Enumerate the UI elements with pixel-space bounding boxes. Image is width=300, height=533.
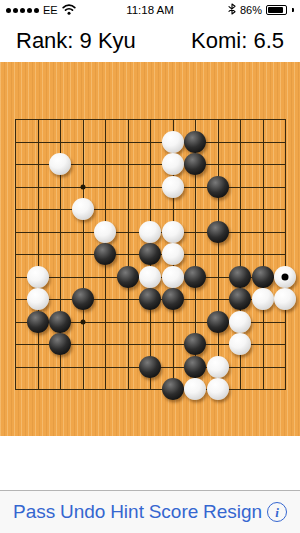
black-stone <box>162 378 184 400</box>
white-stone <box>162 221 184 243</box>
black-stone <box>207 176 229 198</box>
grid-line <box>285 119 286 390</box>
black-stone <box>184 333 206 355</box>
white-stone <box>162 266 184 288</box>
black-stone <box>184 266 206 288</box>
white-stone <box>274 266 296 288</box>
white-stone <box>27 266 49 288</box>
battery-tip-icon <box>292 8 294 12</box>
komi-label: Komi: 6.5 <box>191 28 284 54</box>
undo-button[interactable]: Undo <box>60 501 105 523</box>
score-button[interactable]: Score <box>149 501 199 523</box>
black-stone <box>207 311 229 333</box>
black-stone <box>139 288 161 310</box>
grid-line <box>15 389 286 390</box>
white-stone <box>229 311 251 333</box>
white-stone <box>207 378 229 400</box>
battery-icon <box>266 5 287 15</box>
status-bar: EE 11:18 AM 86% <box>0 0 300 20</box>
black-stone <box>49 311 71 333</box>
black-stone <box>139 243 161 265</box>
black-stone <box>117 266 139 288</box>
white-stone <box>229 333 251 355</box>
black-stone <box>27 311 49 333</box>
resign-button[interactable]: Resign <box>203 501 262 523</box>
grid-line <box>218 119 219 390</box>
white-stone <box>162 176 184 198</box>
black-stone <box>72 288 94 310</box>
white-stone <box>162 153 184 175</box>
battery-percent-label: 86% <box>240 4 262 16</box>
white-stone <box>162 243 184 265</box>
board-area <box>0 62 300 436</box>
white-stone <box>162 131 184 153</box>
toolbar: Pass Undo Hint Score Resign i <box>0 490 300 533</box>
black-stone <box>162 288 184 310</box>
white-stone <box>94 221 116 243</box>
pass-button[interactable]: Pass <box>13 501 55 523</box>
info-icon: i <box>275 506 279 519</box>
white-stone <box>72 198 94 220</box>
black-stone <box>94 243 116 265</box>
black-stone <box>207 221 229 243</box>
black-stone <box>229 266 251 288</box>
signal-strength-icon <box>6 8 39 13</box>
black-stone <box>49 333 71 355</box>
game-info-header: Rank: 9 Kyu Komi: 6.5 <box>0 20 300 62</box>
star-point <box>80 184 85 189</box>
status-left: EE <box>6 4 76 17</box>
black-stone <box>252 266 274 288</box>
info-button[interactable]: i <box>267 502 287 522</box>
white-stone <box>274 288 296 310</box>
lower-margin <box>0 436 300 490</box>
status-right: 86% <box>228 3 294 17</box>
carrier-label: EE <box>43 4 58 16</box>
white-stone <box>207 356 229 378</box>
hint-button[interactable]: Hint <box>110 501 144 523</box>
wifi-icon <box>62 4 76 17</box>
white-stone <box>27 288 49 310</box>
white-stone <box>139 266 161 288</box>
black-stone <box>229 288 251 310</box>
go-board[interactable] <box>15 119 286 390</box>
white-stone <box>252 288 274 310</box>
black-stone <box>184 356 206 378</box>
white-stone <box>184 378 206 400</box>
black-stone <box>139 356 161 378</box>
black-stone <box>184 131 206 153</box>
last-move-marker <box>282 273 289 280</box>
black-stone <box>184 153 206 175</box>
white-stone <box>139 221 161 243</box>
rank-label: Rank: 9 Kyu <box>16 28 136 54</box>
white-stone <box>49 153 71 175</box>
star-point <box>80 319 85 324</box>
bluetooth-icon <box>228 3 236 17</box>
grid-line <box>263 119 264 390</box>
